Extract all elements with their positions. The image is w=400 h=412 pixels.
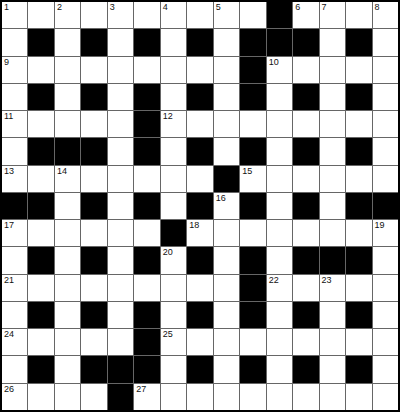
black-cell-r13c4 xyxy=(108,356,133,382)
clue-number-10: 10 xyxy=(269,57,279,68)
black-cell-r5c5 xyxy=(134,138,159,164)
black-cell-r11c3 xyxy=(81,302,106,328)
white-cell-r2c11[interactable] xyxy=(293,57,318,83)
white-cell-r8c12[interactable] xyxy=(320,220,345,246)
black-cell-r9c3 xyxy=(81,247,106,273)
white-cell-r14c1[interactable] xyxy=(28,384,53,410)
white-cell-r6c9[interactable]: 15 xyxy=(240,166,265,192)
clue-number-13: 13 xyxy=(4,166,14,177)
white-cell-r1c14[interactable] xyxy=(373,29,398,55)
white-cell-r14c14[interactable] xyxy=(373,384,398,410)
white-cell-r6c7[interactable] xyxy=(187,166,212,192)
white-cell-r13c12[interactable] xyxy=(320,356,345,382)
black-cell-r9c1 xyxy=(28,247,53,273)
white-cell-r12c4[interactable] xyxy=(108,329,133,355)
white-cell-r11c14[interactable] xyxy=(373,302,398,328)
white-cell-r11c2[interactable] xyxy=(55,302,80,328)
white-cell-r13c10[interactable] xyxy=(267,356,292,382)
black-cell-r10c9 xyxy=(240,275,265,301)
black-cell-r3c3 xyxy=(81,84,106,110)
black-cell-r13c1 xyxy=(28,356,53,382)
black-cell-r9c5 xyxy=(134,247,159,273)
white-cell-r0c8[interactable]: 5 xyxy=(214,2,239,28)
white-cell-r6c3[interactable] xyxy=(81,166,106,192)
white-cell-r9c8[interactable] xyxy=(214,247,239,273)
black-cell-r8c6 xyxy=(161,220,186,246)
black-cell-r11c1 xyxy=(28,302,53,328)
white-cell-r2c8[interactable] xyxy=(214,57,239,83)
black-cell-r7c7 xyxy=(187,193,212,219)
black-cell-r7c14 xyxy=(373,193,398,219)
white-cell-r8c0[interactable]: 17 xyxy=(2,220,27,246)
clue-number-16: 16 xyxy=(216,193,226,204)
black-cell-r1c11 xyxy=(293,29,318,55)
white-cell-r4c7[interactable] xyxy=(187,111,212,137)
white-cell-r14c9[interactable] xyxy=(240,384,265,410)
black-cell-r9c13 xyxy=(346,247,371,273)
white-cell-r0c11[interactable]: 6 xyxy=(293,2,318,28)
black-cell-r7c5 xyxy=(134,193,159,219)
white-cell-r0c3[interactable] xyxy=(81,2,106,28)
white-cell-r5c6[interactable] xyxy=(161,138,186,164)
white-cell-r8c14[interactable]: 19 xyxy=(373,220,398,246)
clue-number-26: 26 xyxy=(4,384,14,395)
black-cell-r3c7 xyxy=(187,84,212,110)
white-cell-r8c5[interactable] xyxy=(134,220,159,246)
white-cell-r2c12[interactable] xyxy=(320,57,345,83)
white-cell-r8c7[interactable]: 18 xyxy=(187,220,212,246)
white-cell-r3c4[interactable] xyxy=(108,84,133,110)
white-cell-r14c0[interactable]: 26 xyxy=(2,384,27,410)
clue-number-20: 20 xyxy=(163,247,173,258)
white-cell-r0c13[interactable] xyxy=(346,2,371,28)
black-cell-r1c13 xyxy=(346,29,371,55)
white-cell-r2c13[interactable] xyxy=(346,57,371,83)
clue-number-25: 25 xyxy=(163,329,173,340)
white-cell-r10c12[interactable]: 23 xyxy=(320,275,345,301)
clue-number-21: 21 xyxy=(4,275,14,286)
white-cell-r0c14[interactable]: 8 xyxy=(373,2,398,28)
white-cell-r1c6[interactable] xyxy=(161,29,186,55)
white-cell-r3c0[interactable] xyxy=(2,84,27,110)
black-cell-r2c9 xyxy=(240,57,265,83)
white-cell-r10c5[interactable] xyxy=(134,275,159,301)
black-cell-r5c13 xyxy=(346,138,371,164)
black-cell-r3c1 xyxy=(28,84,53,110)
white-cell-r10c1[interactable] xyxy=(28,275,53,301)
white-cell-r2c2[interactable] xyxy=(55,57,80,83)
black-cell-r7c1 xyxy=(28,193,53,219)
white-cell-r4c11[interactable] xyxy=(293,111,318,137)
white-cell-r13c14[interactable] xyxy=(373,356,398,382)
black-cell-r5c3 xyxy=(81,138,106,164)
black-cell-r13c7 xyxy=(187,356,212,382)
white-cell-r8c2[interactable] xyxy=(55,220,80,246)
white-cell-r3c12[interactable] xyxy=(320,84,345,110)
white-cell-r3c6[interactable] xyxy=(161,84,186,110)
white-cell-r10c11[interactable] xyxy=(293,275,318,301)
white-cell-r8c13[interactable] xyxy=(346,220,371,246)
white-cell-r7c10[interactable] xyxy=(267,193,292,219)
white-cell-r12c13[interactable] xyxy=(346,329,371,355)
white-cell-r6c14[interactable] xyxy=(373,166,398,192)
white-cell-r6c5[interactable] xyxy=(134,166,159,192)
white-cell-r10c8[interactable] xyxy=(214,275,239,301)
white-cell-r0c9[interactable] xyxy=(240,2,265,28)
white-cell-r9c14[interactable] xyxy=(373,247,398,273)
white-cell-r8c10[interactable] xyxy=(267,220,292,246)
black-cell-r7c3 xyxy=(81,193,106,219)
crossword-grid: 1234567891011121314151617181920212223242… xyxy=(0,0,400,412)
white-cell-r12c9[interactable] xyxy=(240,329,265,355)
white-cell-r2c10[interactable]: 10 xyxy=(267,57,292,83)
white-cell-r2c4[interactable] xyxy=(108,57,133,83)
white-cell-r14c7[interactable] xyxy=(187,384,212,410)
black-cell-r7c13 xyxy=(346,193,371,219)
white-cell-r9c6[interactable]: 20 xyxy=(161,247,186,273)
white-cell-r7c6[interactable] xyxy=(161,193,186,219)
white-cell-r5c8[interactable] xyxy=(214,138,239,164)
black-cell-r11c11 xyxy=(293,302,318,328)
black-cell-r3c9 xyxy=(240,84,265,110)
white-cell-r6c10[interactable] xyxy=(267,166,292,192)
white-cell-r13c0[interactable] xyxy=(2,356,27,382)
white-cell-r3c10[interactable] xyxy=(267,84,292,110)
white-cell-r0c5[interactable] xyxy=(134,2,159,28)
white-cell-r0c1[interactable] xyxy=(28,2,53,28)
black-cell-r3c5 xyxy=(134,84,159,110)
clue-number-18: 18 xyxy=(189,220,199,231)
white-cell-r5c12[interactable] xyxy=(320,138,345,164)
white-cell-r0c4[interactable]: 3 xyxy=(108,2,133,28)
white-cell-r12c12[interactable] xyxy=(320,329,345,355)
white-cell-r1c4[interactable] xyxy=(108,29,133,55)
white-cell-r4c14[interactable] xyxy=(373,111,398,137)
white-cell-r10c14[interactable] xyxy=(373,275,398,301)
white-cell-r10c3[interactable] xyxy=(81,275,106,301)
black-cell-r9c12 xyxy=(320,247,345,273)
white-cell-r5c4[interactable] xyxy=(108,138,133,164)
clue-number-2: 2 xyxy=(57,2,62,13)
black-cell-r7c11 xyxy=(293,193,318,219)
white-cell-r8c1[interactable] xyxy=(28,220,53,246)
white-cell-r5c0[interactable] xyxy=(2,138,27,164)
white-cell-r6c11[interactable] xyxy=(293,166,318,192)
black-cell-r9c7 xyxy=(187,247,212,273)
white-cell-r11c8[interactable] xyxy=(214,302,239,328)
black-cell-r0c10 xyxy=(267,2,292,28)
white-cell-r13c2[interactable] xyxy=(55,356,80,382)
white-cell-r11c6[interactable] xyxy=(161,302,186,328)
white-cell-r4c2[interactable] xyxy=(55,111,80,137)
black-cell-r14c4 xyxy=(108,384,133,410)
black-cell-r9c9 xyxy=(240,247,265,273)
white-cell-r14c13[interactable] xyxy=(346,384,371,410)
clue-number-1: 1 xyxy=(4,2,9,13)
clue-number-12: 12 xyxy=(163,111,173,122)
clue-number-24: 24 xyxy=(4,329,14,340)
black-cell-r1c10 xyxy=(267,29,292,55)
white-cell-r0c6[interactable]: 4 xyxy=(161,2,186,28)
white-cell-r8c8[interactable] xyxy=(214,220,239,246)
clue-number-14: 14 xyxy=(57,166,67,177)
white-cell-r9c4[interactable] xyxy=(108,247,133,273)
white-cell-r6c2[interactable]: 14 xyxy=(55,166,80,192)
white-cell-r4c6[interactable]: 12 xyxy=(161,111,186,137)
white-cell-r4c9[interactable] xyxy=(240,111,265,137)
white-cell-r14c3[interactable] xyxy=(81,384,106,410)
white-cell-r0c12[interactable]: 7 xyxy=(320,2,345,28)
white-cell-r14c6[interactable] xyxy=(161,384,186,410)
white-cell-r8c11[interactable] xyxy=(293,220,318,246)
white-cell-r10c6[interactable] xyxy=(161,275,186,301)
white-cell-r14c5[interactable]: 27 xyxy=(134,384,159,410)
white-cell-r12c10[interactable] xyxy=(267,329,292,355)
white-cell-r11c10[interactable] xyxy=(267,302,292,328)
white-cell-r2c7[interactable] xyxy=(187,57,212,83)
white-cell-r11c12[interactable] xyxy=(320,302,345,328)
white-cell-r13c8[interactable] xyxy=(214,356,239,382)
black-cell-r6c8 xyxy=(214,166,239,192)
black-cell-r4c5 xyxy=(134,111,159,137)
white-cell-r11c4[interactable] xyxy=(108,302,133,328)
black-cell-r5c9 xyxy=(240,138,265,164)
black-cell-r11c7 xyxy=(187,302,212,328)
black-cell-r1c1 xyxy=(28,29,53,55)
white-cell-r1c12[interactable] xyxy=(320,29,345,55)
white-cell-r2c6[interactable] xyxy=(161,57,186,83)
white-cell-r1c8[interactable] xyxy=(214,29,239,55)
clue-number-19: 19 xyxy=(375,220,385,231)
black-cell-r13c3 xyxy=(81,356,106,382)
white-cell-r7c4[interactable] xyxy=(108,193,133,219)
white-cell-r12c2[interactable] xyxy=(55,329,80,355)
white-cell-r8c4[interactable] xyxy=(108,220,133,246)
black-cell-r1c3 xyxy=(81,29,106,55)
white-cell-r6c12[interactable] xyxy=(320,166,345,192)
white-cell-r9c10[interactable] xyxy=(267,247,292,273)
black-cell-r11c9 xyxy=(240,302,265,328)
white-cell-r10c2[interactable] xyxy=(55,275,80,301)
black-cell-r1c7 xyxy=(187,29,212,55)
white-cell-r9c2[interactable] xyxy=(55,247,80,273)
black-cell-r3c13 xyxy=(346,84,371,110)
black-cell-r13c5 xyxy=(134,356,159,382)
black-cell-r1c5 xyxy=(134,29,159,55)
white-cell-r3c8[interactable] xyxy=(214,84,239,110)
white-cell-r10c4[interactable] xyxy=(108,275,133,301)
white-cell-r4c0[interactable]: 11 xyxy=(2,111,27,137)
white-cell-r9c0[interactable] xyxy=(2,247,27,273)
white-cell-r2c3[interactable] xyxy=(81,57,106,83)
black-cell-r5c11 xyxy=(293,138,318,164)
white-cell-r14c10[interactable] xyxy=(267,384,292,410)
black-cell-r5c7 xyxy=(187,138,212,164)
white-cell-r10c0[interactable]: 21 xyxy=(2,275,27,301)
white-cell-r6c13[interactable] xyxy=(346,166,371,192)
white-cell-r4c4[interactable] xyxy=(108,111,133,137)
white-cell-r4c3[interactable] xyxy=(81,111,106,137)
white-cell-r1c0[interactable] xyxy=(2,29,27,55)
white-cell-r8c9[interactable] xyxy=(240,220,265,246)
black-cell-r5c1 xyxy=(28,138,53,164)
white-cell-r14c8[interactable] xyxy=(214,384,239,410)
white-cell-r10c7[interactable] xyxy=(187,275,212,301)
white-cell-r4c12[interactable] xyxy=(320,111,345,137)
clue-number-7: 7 xyxy=(322,2,327,13)
white-cell-r14c11[interactable] xyxy=(293,384,318,410)
white-cell-r6c1[interactable] xyxy=(28,166,53,192)
white-cell-r12c8[interactable] xyxy=(214,329,239,355)
white-cell-r14c12[interactable] xyxy=(320,384,345,410)
white-cell-r8c3[interactable] xyxy=(81,220,106,246)
white-cell-r7c2[interactable] xyxy=(55,193,80,219)
clue-number-9: 9 xyxy=(4,57,9,68)
black-cell-r7c9 xyxy=(240,193,265,219)
white-cell-r5c14[interactable] xyxy=(373,138,398,164)
white-cell-r12c0[interactable]: 24 xyxy=(2,329,27,355)
white-cell-r12c11[interactable] xyxy=(293,329,318,355)
clue-number-4: 4 xyxy=(163,2,168,13)
black-cell-r12c5 xyxy=(134,329,159,355)
black-cell-r13c9 xyxy=(240,356,265,382)
white-cell-r1c2[interactable] xyxy=(55,29,80,55)
clue-number-11: 11 xyxy=(4,111,13,122)
white-cell-r2c5[interactable] xyxy=(134,57,159,83)
white-cell-r12c7[interactable] xyxy=(187,329,212,355)
white-cell-r10c10[interactable]: 22 xyxy=(267,275,292,301)
white-cell-r4c13[interactable] xyxy=(346,111,371,137)
clue-number-3: 3 xyxy=(110,2,115,13)
clue-number-5: 5 xyxy=(216,2,221,13)
white-cell-r6c0[interactable]: 13 xyxy=(2,166,27,192)
white-cell-r4c10[interactable] xyxy=(267,111,292,137)
white-cell-r5c10[interactable] xyxy=(267,138,292,164)
white-cell-r0c0[interactable]: 1 xyxy=(2,2,27,28)
clue-number-17: 17 xyxy=(4,220,14,231)
black-cell-r9c11 xyxy=(293,247,318,273)
white-cell-r4c1[interactable] xyxy=(28,111,53,137)
white-cell-r6c4[interactable] xyxy=(108,166,133,192)
black-cell-r13c11 xyxy=(293,356,318,382)
black-cell-r7c0 xyxy=(2,193,27,219)
black-cell-r13c13 xyxy=(346,356,371,382)
white-cell-r12c14[interactable] xyxy=(373,329,398,355)
white-cell-r0c7[interactable] xyxy=(187,2,212,28)
white-cell-r2c1[interactable] xyxy=(28,57,53,83)
white-cell-r11c0[interactable] xyxy=(2,302,27,328)
black-cell-r3c11 xyxy=(293,84,318,110)
white-cell-r4c8[interactable] xyxy=(214,111,239,137)
white-cell-r12c6[interactable]: 25 xyxy=(161,329,186,355)
white-cell-r2c14[interactable] xyxy=(373,57,398,83)
black-cell-r11c5 xyxy=(134,302,159,328)
clue-number-15: 15 xyxy=(242,166,252,177)
white-cell-r14c2[interactable] xyxy=(55,384,80,410)
clue-number-8: 8 xyxy=(375,2,380,13)
white-cell-r6c6[interactable] xyxy=(161,166,186,192)
white-cell-r3c2[interactable] xyxy=(55,84,80,110)
white-cell-r7c12[interactable] xyxy=(320,193,345,219)
white-cell-r12c1[interactable] xyxy=(28,329,53,355)
black-cell-r5c2 xyxy=(55,138,80,164)
clue-number-27: 27 xyxy=(136,384,146,395)
white-cell-r3c14[interactable] xyxy=(373,84,398,110)
clue-number-6: 6 xyxy=(295,2,300,13)
black-cell-r11c13 xyxy=(346,302,371,328)
black-cell-r1c9 xyxy=(240,29,265,55)
clue-number-22: 22 xyxy=(269,275,279,286)
white-cell-r0c2[interactable]: 2 xyxy=(55,2,80,28)
clue-number-23: 23 xyxy=(322,275,332,286)
white-cell-r2c0[interactable]: 9 xyxy=(2,57,27,83)
white-cell-r7c8[interactable]: 16 xyxy=(214,193,239,219)
white-cell-r12c3[interactable] xyxy=(81,329,106,355)
white-cell-r13c6[interactable] xyxy=(161,356,186,382)
white-cell-r10c13[interactable] xyxy=(346,275,371,301)
